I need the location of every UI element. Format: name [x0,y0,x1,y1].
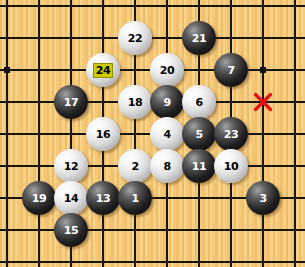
grid-line-horizontal [0,37,305,39]
stone-move-number: 20 [160,64,174,77]
stone-9: 9 [150,85,184,119]
stone-23: 23 [214,117,248,151]
stone-move-number: 13 [96,192,110,205]
stone-move-number: 23 [224,128,238,141]
stone-move-number: 12 [64,160,78,173]
stone-21: 21 [182,21,216,55]
stone-20: 20 [150,53,184,87]
stone-2: 2 [118,149,152,183]
stone-13: 13 [86,181,120,215]
stone-move-number: 1 [131,192,138,205]
stone-17: 17 [54,85,88,119]
stone-24: 24 [86,53,120,87]
stone-7: 7 [214,53,248,87]
stone-move-number: 10 [224,160,238,173]
grid-line-horizontal [0,5,305,7]
stone-move-number: 21 [192,32,206,45]
stone-move-number: 18 [128,96,142,109]
stone-move-number: 15 [64,224,78,237]
stone-4: 4 [150,117,184,151]
star-point [4,67,10,73]
goban-board[interactable]: 123456789101112131415161718192021222324 [0,0,305,267]
stone-move-number: 8 [163,160,170,173]
grid-line-horizontal [0,229,305,231]
stone-move-number: 24 [93,63,113,78]
stone-move-number: 9 [163,96,170,109]
stone-move-number: 17 [64,96,78,109]
stone-10: 10 [214,149,248,183]
stone-6: 6 [182,85,216,119]
stone-move-number: 22 [128,32,142,45]
stone-move-number: 4 [163,128,170,141]
stone-move-number: 14 [64,192,78,205]
stone-18: 18 [118,85,152,119]
stone-16: 16 [86,117,120,151]
stone-1: 1 [118,181,152,215]
stone-move-number: 5 [195,128,202,141]
stone-move-number: 3 [259,192,266,205]
stone-19: 19 [22,181,56,215]
stone-22: 22 [118,21,152,55]
stone-8: 8 [150,149,184,183]
stone-11: 11 [182,149,216,183]
red-x-marker [253,92,273,112]
stone-5: 5 [182,117,216,151]
star-point [260,67,266,73]
stone-15: 15 [54,213,88,247]
stone-move-number: 6 [195,96,202,109]
stone-move-number: 16 [96,128,110,141]
stone-move-number: 2 [131,160,138,173]
grid-line-horizontal [0,261,305,263]
stone-12: 12 [54,149,88,183]
stone-move-number: 11 [192,160,206,173]
stone-3: 3 [246,181,280,215]
stone-move-number: 7 [227,64,234,77]
stone-move-number: 19 [32,192,46,205]
stone-14: 14 [54,181,88,215]
